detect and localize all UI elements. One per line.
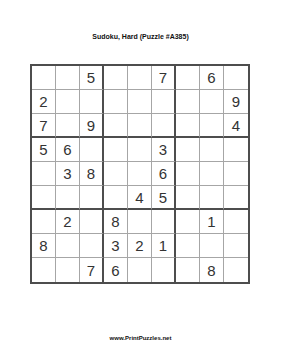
- cell-r2c1-given: 2: [32, 90, 56, 114]
- cell-r5c7-empty: [176, 162, 200, 186]
- cell-r5c3-given: 8: [80, 162, 104, 186]
- footer-url: www.PrintPuzzles.net: [0, 335, 281, 341]
- cell-r5c2-given: 3: [56, 162, 80, 186]
- cell-r7c5-empty: [128, 210, 152, 234]
- cell-r4c3-empty: [80, 138, 104, 162]
- cell-r1c3-given: 5: [80, 66, 104, 90]
- cell-r6c2-empty: [56, 186, 80, 210]
- cell-r3c1-given: 7: [32, 114, 56, 138]
- cell-r4c6-given: 3: [152, 138, 176, 162]
- cell-r4c4-empty: [104, 138, 128, 162]
- cell-r5c8-empty: [200, 162, 224, 186]
- cell-r2c8-empty: [200, 90, 224, 114]
- cell-r7c3-empty: [80, 210, 104, 234]
- cell-r8c7-empty: [176, 234, 200, 258]
- puzzle-title: Sudoku, Hard (Puzzle #A385): [0, 33, 281, 40]
- cell-r8c4-given: 3: [104, 234, 128, 258]
- cell-r1c2-empty: [56, 66, 80, 90]
- cell-r3c2-empty: [56, 114, 80, 138]
- cell-r8c6-given: 1: [152, 234, 176, 258]
- cell-r6c3-empty: [80, 186, 104, 210]
- cell-r1c9-empty: [224, 66, 248, 90]
- sudoku-board: 57629794563386452818321768: [30, 64, 250, 284]
- cell-r9c9-empty: [224, 258, 248, 282]
- cell-r1c7-empty: [176, 66, 200, 90]
- cell-r3c6-empty: [152, 114, 176, 138]
- cell-r4c5-empty: [128, 138, 152, 162]
- cell-r2c7-empty: [176, 90, 200, 114]
- cell-r9c4-given: 6: [104, 258, 128, 282]
- cell-r8c1-given: 8: [32, 234, 56, 258]
- cell-r8c9-empty: [224, 234, 248, 258]
- cell-r6c9-empty: [224, 186, 248, 210]
- cell-r4c7-empty: [176, 138, 200, 162]
- cell-r5c9-empty: [224, 162, 248, 186]
- cell-r7c1-empty: [32, 210, 56, 234]
- cell-r2c4-empty: [104, 90, 128, 114]
- cell-r6c7-empty: [176, 186, 200, 210]
- cell-r2c2-empty: [56, 90, 80, 114]
- cell-r7c7-empty: [176, 210, 200, 234]
- cell-r6c6-given: 5: [152, 186, 176, 210]
- cell-r7c9-empty: [224, 210, 248, 234]
- cell-r9c8-given: 8: [200, 258, 224, 282]
- cell-r4c2-given: 6: [56, 138, 80, 162]
- cell-r2c6-empty: [152, 90, 176, 114]
- sudoku-page: Sudoku, Hard (Puzzle #A385) 576297945633…: [0, 0, 281, 363]
- cell-r8c2-empty: [56, 234, 80, 258]
- cell-r4c9-empty: [224, 138, 248, 162]
- cell-r5c6-given: 6: [152, 162, 176, 186]
- cell-r9c7-empty: [176, 258, 200, 282]
- cell-r3c7-empty: [176, 114, 200, 138]
- cell-r5c1-empty: [32, 162, 56, 186]
- cell-r1c6-given: 7: [152, 66, 176, 90]
- cell-r9c2-empty: [56, 258, 80, 282]
- cell-r7c4-given: 8: [104, 210, 128, 234]
- cell-r8c8-empty: [200, 234, 224, 258]
- cell-r9c6-empty: [152, 258, 176, 282]
- cell-r8c5-given: 2: [128, 234, 152, 258]
- cell-r6c1-empty: [32, 186, 56, 210]
- cell-r5c5-empty: [128, 162, 152, 186]
- cell-r3c5-empty: [128, 114, 152, 138]
- cell-r1c5-empty: [128, 66, 152, 90]
- cell-r1c8-given: 6: [200, 66, 224, 90]
- cell-r1c4-empty: [104, 66, 128, 90]
- cell-r5c4-empty: [104, 162, 128, 186]
- cell-r8c3-empty: [80, 234, 104, 258]
- cell-r6c4-empty: [104, 186, 128, 210]
- cell-r6c5-given: 4: [128, 186, 152, 210]
- cell-r2c3-empty: [80, 90, 104, 114]
- cell-r9c5-empty: [128, 258, 152, 282]
- cell-r4c1-given: 5: [32, 138, 56, 162]
- cell-r9c3-given: 7: [80, 258, 104, 282]
- cell-r1c1-empty: [32, 66, 56, 90]
- cell-r4c8-empty: [200, 138, 224, 162]
- cell-r9c1-empty: [32, 258, 56, 282]
- cell-r3c3-given: 9: [80, 114, 104, 138]
- cell-r2c5-empty: [128, 90, 152, 114]
- cell-r6c8-empty: [200, 186, 224, 210]
- cell-r3c8-empty: [200, 114, 224, 138]
- cell-r7c6-empty: [152, 210, 176, 234]
- cell-r7c8-given: 1: [200, 210, 224, 234]
- cell-r7c2-given: 2: [56, 210, 80, 234]
- cell-r2c9-given: 9: [224, 90, 248, 114]
- cell-r3c4-empty: [104, 114, 128, 138]
- cell-r3c9-given: 4: [224, 114, 248, 138]
